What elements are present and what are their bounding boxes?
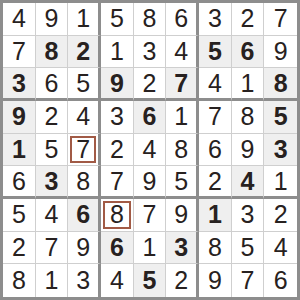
- cell-r5c6[interactable]: 8: [166, 134, 199, 167]
- cell-r9c3[interactable]: 3: [68, 264, 101, 297]
- cell-value: 2: [12, 235, 26, 260]
- cell-r3c8[interactable]: 1: [232, 68, 265, 101]
- cell-r6c9[interactable]: 1: [264, 166, 297, 199]
- cell-r6c2[interactable]: 3: [36, 166, 69, 199]
- cell-r8c4[interactable]: 6: [101, 232, 134, 265]
- cell-value: 6: [45, 71, 59, 96]
- cell-value: 3: [45, 169, 59, 194]
- cell-r1c9[interactable]: 7: [264, 3, 297, 36]
- cell-r1c6[interactable]: 6: [166, 3, 199, 36]
- cell-value: 7: [174, 71, 188, 96]
- cell-r9c9[interactable]: 6: [264, 264, 297, 297]
- cell-value: 9: [274, 39, 288, 64]
- cell-r4c2[interactable]: 2: [36, 101, 69, 134]
- cell-value: 4: [174, 39, 188, 64]
- cell-value: 2: [174, 268, 188, 293]
- cell-value: 5: [110, 6, 124, 31]
- cell-value: 2: [76, 39, 90, 64]
- cell-r7c5[interactable]: 7: [134, 199, 167, 232]
- cell-value: 1: [174, 104, 188, 129]
- cell-r6c8[interactable]: 4: [232, 166, 265, 199]
- cell-r4c8[interactable]: 8: [232, 101, 265, 134]
- cell-value: 1: [76, 6, 90, 31]
- cell-value: 6: [12, 169, 26, 194]
- cell-value: 9: [12, 104, 26, 129]
- cell-r5c9[interactable]: 3: [264, 134, 297, 167]
- cell-value: 5: [174, 169, 188, 194]
- cell-value: 8: [241, 104, 255, 129]
- cell-r3c7[interactable]: 4: [199, 68, 232, 101]
- cell-value: 5: [45, 137, 59, 162]
- cell-r9c8[interactable]: 7: [232, 264, 265, 297]
- cell-value: 7: [12, 39, 26, 64]
- cell-r9c5[interactable]: 5: [134, 264, 167, 297]
- cell-value: 3: [274, 137, 288, 162]
- cell-value: 8: [174, 137, 188, 162]
- cell-r3c5[interactable]: 2: [134, 68, 167, 101]
- cell-r2c2[interactable]: 8: [36, 36, 69, 69]
- cell-value: 1: [274, 169, 288, 194]
- cell-r8c5[interactable]: 1: [134, 232, 167, 265]
- cell-r9c4[interactable]: 4: [101, 264, 134, 297]
- cell-r7c3[interactable]: 6: [68, 199, 101, 232]
- cell-r3c2[interactable]: 6: [36, 68, 69, 101]
- cell-value: 4: [45, 202, 59, 227]
- cell-value: 3: [241, 202, 255, 227]
- cell-r7c4[interactable]: 8: [101, 199, 134, 232]
- cell-r3c3[interactable]: 5: [68, 68, 101, 101]
- cell-value: 6: [143, 104, 157, 129]
- cell-r7c9[interactable]: 2: [264, 199, 297, 232]
- cell-r1c5[interactable]: 8: [134, 3, 167, 36]
- cell-value: 8: [208, 235, 222, 260]
- cell-value: 5: [274, 104, 288, 129]
- cell-value: 9: [174, 202, 188, 227]
- cell-value: 7: [143, 202, 157, 227]
- cell-value: 9: [143, 169, 157, 194]
- cell-r6c7[interactable]: 2: [199, 166, 232, 199]
- cell-r7c8[interactable]: 3: [232, 199, 265, 232]
- cell-r8c1[interactable]: 2: [3, 232, 36, 265]
- cell-r2c3[interactable]: 2: [68, 36, 101, 69]
- cell-r5c7[interactable]: 6: [199, 134, 232, 167]
- cell-r5c5[interactable]: 4: [134, 134, 167, 167]
- cell-value: 9: [45, 6, 59, 31]
- cell-value: 1: [110, 39, 124, 64]
- cell-r8c9[interactable]: 4: [264, 232, 297, 265]
- cell-value: 3: [110, 104, 124, 129]
- cell-value: 5: [208, 39, 222, 64]
- cell-value: 5: [241, 235, 255, 260]
- cell-value: 6: [76, 202, 90, 227]
- cell-r2c1[interactable]: 7: [3, 36, 36, 69]
- cell-r4c4[interactable]: 3: [101, 101, 134, 134]
- cell-r3c9[interactable]: 8: [264, 68, 297, 101]
- cell-value: 3: [143, 39, 157, 64]
- cell-value: 2: [143, 71, 157, 96]
- cell-value: 7: [241, 268, 255, 293]
- cell-value: 7: [76, 137, 90, 162]
- cell-value: 4: [110, 268, 124, 293]
- cell-r4c3[interactable]: 4: [68, 101, 101, 134]
- cell-value: 1: [12, 137, 26, 162]
- cell-value: 4: [208, 71, 222, 96]
- cell-r1c7[interactable]: 3: [199, 3, 232, 36]
- cell-value: 7: [110, 169, 124, 194]
- cell-r8c7[interactable]: 8: [199, 232, 232, 265]
- cell-value: 6: [241, 39, 255, 64]
- cell-r1c2[interactable]: 9: [36, 3, 69, 36]
- cell-r4c9[interactable]: 5: [264, 101, 297, 134]
- cell-value: 2: [274, 202, 288, 227]
- cell-r2c7[interactable]: 5: [199, 36, 232, 69]
- cell-r1c3[interactable]: 1: [68, 3, 101, 36]
- cell-value: 2: [241, 6, 255, 31]
- cell-r4c5[interactable]: 6: [134, 101, 167, 134]
- cell-value: 9: [241, 137, 255, 162]
- cell-value: 4: [12, 6, 26, 31]
- cell-r9c2[interactable]: 1: [36, 264, 69, 297]
- cell-r2c9[interactable]: 9: [264, 36, 297, 69]
- cell-r5c8[interactable]: 9: [232, 134, 265, 167]
- cell-value: 6: [174, 6, 188, 31]
- cell-value: 3: [76, 268, 90, 293]
- cell-value: 4: [143, 137, 157, 162]
- cell-r9c7[interactable]: 9: [199, 264, 232, 297]
- cell-r2c6[interactable]: 4: [166, 36, 199, 69]
- cell-value: 7: [274, 6, 288, 31]
- cell-value: 7: [45, 235, 59, 260]
- cell-r9c1[interactable]: 8: [3, 264, 36, 297]
- cell-r8c6[interactable]: 3: [166, 232, 199, 265]
- cell-value: 8: [45, 39, 59, 64]
- cell-r6c6[interactable]: 5: [166, 166, 199, 199]
- cell-r7c2[interactable]: 4: [36, 199, 69, 232]
- cell-r8c2[interactable]: 7: [36, 232, 69, 265]
- cell-r3c4[interactable]: 9: [101, 68, 134, 101]
- cell-value: 9: [110, 71, 124, 96]
- cell-value: 4: [274, 235, 288, 260]
- cell-value: 5: [12, 202, 26, 227]
- cell-value: 9: [208, 268, 222, 293]
- cell-value: 8: [274, 71, 288, 96]
- cell-value: 4: [241, 169, 255, 194]
- cell-r7c6[interactable]: 9: [166, 199, 199, 232]
- sudoku-board: 4915863277821345693659274189243617851572…: [0, 0, 300, 300]
- cell-r6c5[interactable]: 9: [134, 166, 167, 199]
- cell-value: 3: [208, 6, 222, 31]
- cell-value: 3: [174, 235, 188, 260]
- cell-r3c1[interactable]: 3: [3, 68, 36, 101]
- cell-value: 2: [208, 169, 222, 194]
- cell-value: 8: [76, 169, 90, 194]
- cell-r4c6[interactable]: 1: [166, 101, 199, 134]
- cell-r2c8[interactable]: 6: [232, 36, 265, 69]
- cell-r6c1[interactable]: 6: [3, 166, 36, 199]
- cell-r6c3[interactable]: 8: [68, 166, 101, 199]
- cell-r5c3[interactable]: 7: [68, 134, 101, 167]
- cell-r2c4[interactable]: 1: [101, 36, 134, 69]
- cell-value: 1: [208, 202, 222, 227]
- cell-value: 1: [241, 71, 255, 96]
- cell-r5c2[interactable]: 5: [36, 134, 69, 167]
- cell-value: 6: [274, 268, 288, 293]
- cell-r5c4[interactable]: 2: [101, 134, 134, 167]
- cell-r8c3[interactable]: 9: [68, 232, 101, 265]
- cell-value: 4: [76, 104, 90, 129]
- cell-r1c4[interactable]: 5: [101, 3, 134, 36]
- cell-value: 2: [110, 137, 124, 162]
- cell-value: 2: [45, 104, 59, 129]
- cell-value: 7: [208, 104, 222, 129]
- cell-r4c7[interactable]: 7: [199, 101, 232, 134]
- cell-r4c1[interactable]: 9: [3, 101, 36, 134]
- cell-value: 5: [76, 71, 90, 96]
- cell-value: 9: [76, 235, 90, 260]
- cell-r8c8[interactable]: 5: [232, 232, 265, 265]
- cell-r9c6[interactable]: 2: [166, 264, 199, 297]
- cell-r1c1[interactable]: 4: [3, 3, 36, 36]
- cell-value: 5: [143, 268, 157, 293]
- cell-r3c6[interactable]: 7: [166, 68, 199, 101]
- cell-r7c1[interactable]: 5: [3, 199, 36, 232]
- cell-r1c8[interactable]: 2: [232, 3, 265, 36]
- cell-value: 3: [12, 71, 26, 96]
- cell-value: 1: [45, 268, 59, 293]
- cell-r2c5[interactable]: 3: [134, 36, 167, 69]
- cell-value: 6: [208, 137, 222, 162]
- cell-value: 8: [12, 268, 26, 293]
- cell-r5c1[interactable]: 1: [3, 134, 36, 167]
- cell-value: 8: [143, 6, 157, 31]
- cell-r6c4[interactable]: 7: [101, 166, 134, 199]
- cell-r7c7[interactable]: 1: [199, 199, 232, 232]
- cell-value: 1: [143, 235, 157, 260]
- cell-value: 6: [110, 235, 124, 260]
- cell-value: 8: [110, 202, 124, 227]
